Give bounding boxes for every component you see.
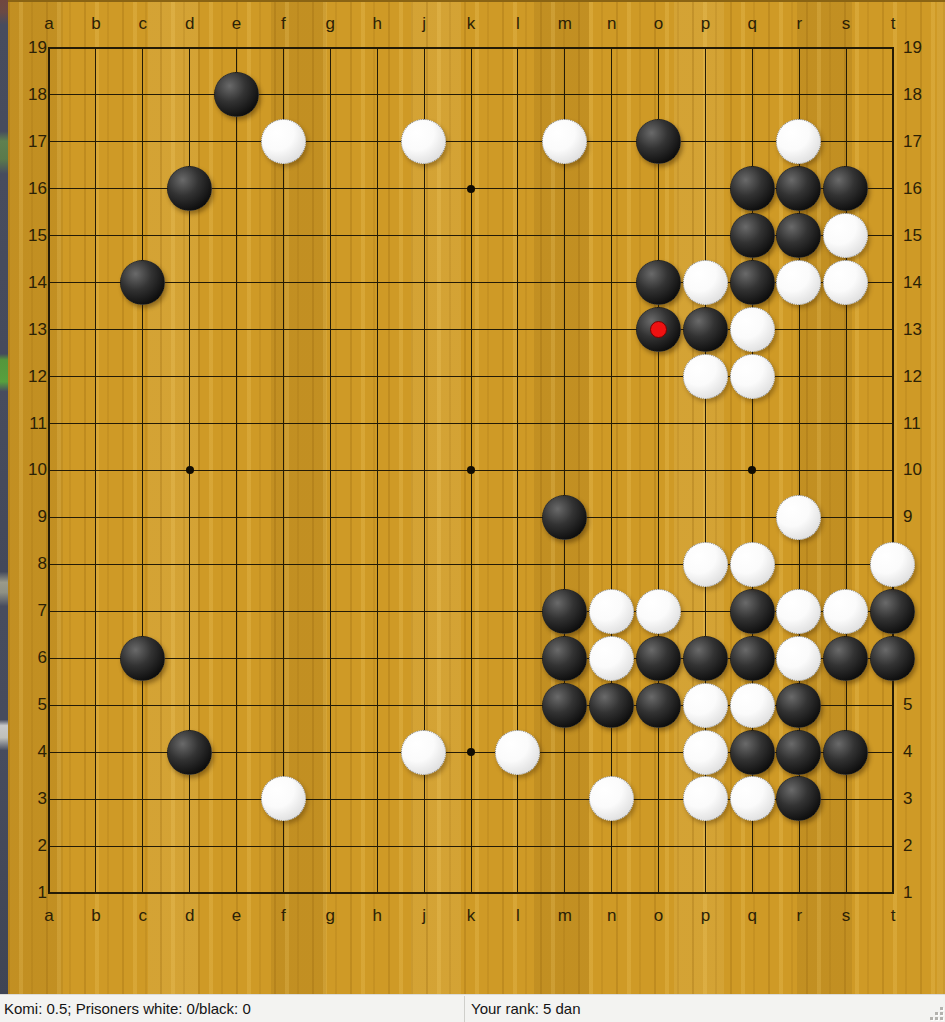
black-stone[interactable] [542, 495, 587, 540]
black-stone[interactable] [776, 683, 821, 728]
white-stone[interactable] [730, 354, 775, 399]
status-separator [464, 996, 465, 1022]
black-stone[interactable] [167, 166, 212, 211]
black-stone[interactable] [870, 589, 915, 634]
black-stone[interactable] [542, 589, 587, 634]
black-stone[interactable] [730, 730, 775, 775]
black-stone[interactable] [730, 166, 775, 211]
black-stone[interactable] [589, 683, 634, 728]
black-stone[interactable] [636, 260, 681, 305]
white-stone[interactable] [730, 776, 775, 821]
white-stone[interactable] [776, 589, 821, 634]
white-stone[interactable] [589, 589, 634, 634]
white-stone[interactable] [730, 307, 775, 352]
white-stone[interactable] [823, 589, 868, 634]
black-stone[interactable] [823, 166, 868, 211]
black-stone[interactable] [542, 636, 587, 681]
white-stone[interactable] [683, 354, 728, 399]
white-stone[interactable] [683, 730, 728, 775]
black-stone[interactable] [542, 683, 587, 728]
white-stone[interactable] [776, 260, 821, 305]
last-move-marker [650, 321, 667, 338]
white-stone[interactable] [776, 119, 821, 164]
white-stone[interactable] [542, 119, 587, 164]
black-stone[interactable] [636, 119, 681, 164]
white-stone[interactable] [401, 730, 446, 775]
black-stone[interactable] [167, 730, 212, 775]
black-stone[interactable] [730, 260, 775, 305]
white-stone[interactable] [823, 260, 868, 305]
white-stone[interactable] [589, 636, 634, 681]
resize-grip[interactable] [925, 1002, 943, 1020]
white-stone[interactable] [683, 542, 728, 587]
white-stone[interactable] [823, 213, 868, 258]
black-stone[interactable] [214, 72, 259, 117]
black-stone[interactable] [776, 776, 821, 821]
white-stone[interactable] [495, 730, 540, 775]
white-stone[interactable] [401, 119, 446, 164]
white-stone[interactable] [683, 776, 728, 821]
black-stone[interactable] [730, 213, 775, 258]
white-stone[interactable] [776, 495, 821, 540]
black-stone[interactable] [776, 213, 821, 258]
black-stone[interactable] [730, 589, 775, 634]
white-stone[interactable] [776, 636, 821, 681]
black-stone[interactable] [776, 730, 821, 775]
black-stone[interactable] [120, 260, 165, 305]
black-stone[interactable] [776, 166, 821, 211]
white-stone[interactable] [683, 683, 728, 728]
white-stone[interactable] [261, 776, 306, 821]
status-bar: Komi: 0.5; Prisoners white: 0/black: 0 Y… [0, 994, 945, 1022]
black-stone[interactable] [823, 636, 868, 681]
white-stone[interactable] [683, 260, 728, 305]
black-stone[interactable] [683, 636, 728, 681]
black-stone[interactable] [120, 636, 165, 681]
status-komi-prisoners: Komi: 0.5; Prisoners white: 0/black: 0 [4, 995, 251, 1022]
white-stone[interactable] [261, 119, 306, 164]
black-stone[interactable] [823, 730, 868, 775]
black-stone[interactable] [636, 307, 681, 352]
black-stone[interactable] [636, 636, 681, 681]
white-stone[interactable] [870, 542, 915, 587]
go-app-window: aa1919bb1818cc1717dd1616ee1515ff1414gg13… [0, 0, 945, 1022]
black-stone[interactable] [683, 307, 728, 352]
go-board[interactable]: aa1919bb1818cc1717dd1616ee1515ff1414gg13… [0, 0, 945, 994]
black-stone[interactable] [730, 636, 775, 681]
stone-grid[interactable] [26, 25, 917, 917]
white-stone[interactable] [636, 589, 681, 634]
black-stone[interactable] [636, 683, 681, 728]
white-stone[interactable] [730, 542, 775, 587]
white-stone[interactable] [730, 683, 775, 728]
white-stone[interactable] [589, 776, 634, 821]
status-rank: Your rank: 5 dan [471, 995, 581, 1022]
black-stone[interactable] [870, 636, 915, 681]
